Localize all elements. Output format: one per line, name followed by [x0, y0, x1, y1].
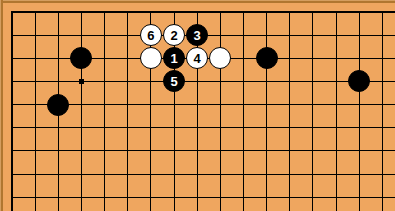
stone-white-move-6[interactable]: 6 [140, 24, 162, 46]
stone-black-move-5[interactable]: 5 [163, 70, 185, 92]
grid-hline [11, 150, 395, 151]
stone-black[interactable] [47, 94, 69, 116]
grid-vline [336, 11, 337, 211]
grid-vline [220, 11, 221, 211]
grid-vline [127, 11, 128, 211]
stone-black-move-3[interactable]: 3 [186, 24, 208, 46]
go-board[interactable]: 623145 [0, 0, 395, 211]
stone-white-move-2[interactable]: 2 [163, 24, 185, 46]
hoshi-point [79, 79, 84, 84]
stone-black[interactable] [70, 47, 92, 69]
grid-vline [289, 11, 290, 211]
stone-white[interactable] [140, 47, 162, 69]
grid-hline [11, 127, 395, 128]
stone-white-move-4[interactable]: 4 [186, 47, 208, 69]
move-number-label: 5 [170, 74, 177, 87]
grid-vline [35, 11, 36, 211]
stone-black-move-1[interactable]: 1 [163, 47, 185, 69]
grid-hline [11, 81, 395, 82]
move-number-label: 1 [170, 51, 177, 64]
stone-black[interactable] [256, 47, 278, 69]
grid-vline [243, 11, 244, 211]
grid-hline [11, 174, 395, 175]
grid-vline [104, 11, 105, 211]
board-frame-top [0, 0, 395, 3]
move-number-label: 3 [194, 28, 201, 41]
grid-hline [11, 11, 395, 13]
move-number-label: 2 [170, 28, 177, 41]
grid-vline [382, 11, 383, 211]
grid-vline [359, 11, 360, 211]
stone-black[interactable] [348, 70, 370, 92]
grid-vline [266, 11, 267, 211]
grid-hline [11, 197, 395, 198]
grid-vline [11, 11, 13, 211]
grid-vline [81, 11, 82, 211]
board-frame-left [0, 0, 3, 211]
grid-vline [312, 11, 313, 211]
move-number-label: 4 [194, 51, 201, 64]
stone-white[interactable] [209, 47, 231, 69]
move-number-label: 6 [147, 28, 154, 41]
